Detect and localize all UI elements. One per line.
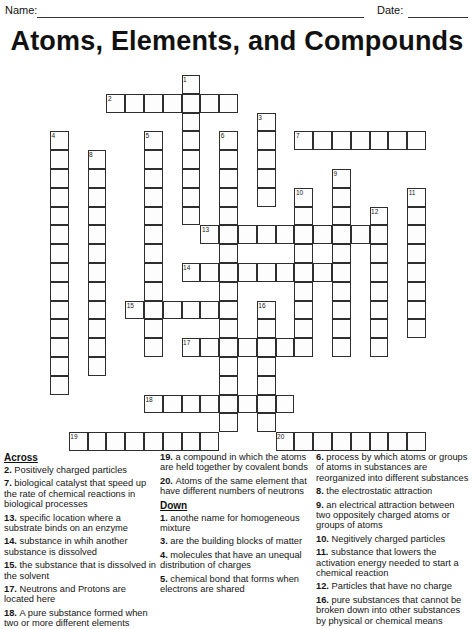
cell-9-8[interactable] [219,225,238,244]
cell-5-13[interactable] [144,319,163,338]
clue-16: 16. pure substances that cannot be broke… [316,595,471,626]
cell-15-5[interactable] [332,169,351,188]
cell-19-11[interactable] [407,282,426,301]
clue-column-1: Across2. Positively charged particles7. … [4,452,156,629]
cell-9-10[interactable] [219,263,238,282]
cell-8-14[interactable] [200,338,219,357]
cell-9-17[interactable] [219,395,238,414]
cell-2-9[interactable] [88,244,107,263]
cell-8-8[interactable] [200,225,219,244]
cell-11-2[interactable] [257,113,276,132]
cell-7-12[interactable] [182,301,201,320]
cell-7-1[interactable] [182,94,201,113]
cell-5-12[interactable] [144,301,163,320]
cell-9-6[interactable] [219,188,238,207]
cell-19-12[interactable] [407,301,426,320]
cell-0-5[interactable] [50,169,69,188]
cell-0-16[interactable] [50,376,69,395]
cell-4-1[interactable] [125,94,144,113]
clue-column-2: 19. a compound in which the atoms are he… [160,452,312,597]
cell-9-16[interactable] [219,376,238,395]
cell-11-16[interactable] [257,376,276,395]
cell-7-6[interactable] [182,188,201,207]
cell-12-17[interactable] [276,395,295,414]
cell-7-0[interactable] [182,75,201,94]
cell-8-17[interactable] [200,395,219,414]
cell-14-19[interactable] [313,432,332,451]
cell-0-8[interactable] [50,225,69,244]
cell-7-3[interactable] [182,131,201,150]
clue-2: 2. Positively charged particles [4,465,156,475]
cell-7-4[interactable] [182,150,201,169]
cell-19-7[interactable] [407,207,426,226]
cell-18-3[interactable] [388,131,407,150]
down-header: Down [160,500,312,511]
cell-13-10[interactable] [294,263,313,282]
clue-6: 6. process by which atoms or groups of a… [316,452,471,483]
cell-11-5[interactable] [257,169,276,188]
cell-0-14[interactable] [50,338,69,357]
cell-10-8[interactable] [238,225,257,244]
clue-10: 10. Negitively charged particles [316,534,471,544]
cell-9-5[interactable] [219,169,238,188]
cell-11-12[interactable] [257,301,276,320]
cell-17-11[interactable] [370,282,389,301]
cell-12-19[interactable] [276,432,295,451]
clue-8: 8. the electrostatic attraction [316,486,471,496]
cell-2-8[interactable] [88,225,107,244]
cell-0-6[interactable] [50,188,69,207]
clue-11: 11. substance that lowers the activation… [316,547,471,578]
cell-11-8[interactable] [257,225,276,244]
cell-9-4[interactable] [219,150,238,169]
cell-4-19[interactable] [125,432,144,451]
cell-0-12[interactable] [50,301,69,320]
cell-19-8[interactable] [407,225,426,244]
cell-19-13[interactable] [407,319,426,338]
cell-5-19[interactable] [144,432,163,451]
cell-7-19[interactable] [182,432,201,451]
page-title: Atoms, Elements, and Compounds [0,26,474,57]
cell-15-10[interactable] [332,263,351,282]
cell-15-6[interactable] [332,188,351,207]
cell-7-2[interactable] [182,113,201,132]
cell-5-9[interactable] [144,244,163,263]
cell-10-10[interactable] [238,263,257,282]
cell-9-11[interactable] [219,282,238,301]
cell-0-3[interactable] [50,131,69,150]
cell-19-19[interactable] [407,432,426,451]
cell-15-11[interactable] [332,282,351,301]
cell-5-4[interactable] [144,150,163,169]
cell-15-12[interactable] [332,301,351,320]
clue-20: 20. Atoms of the same element that have … [160,476,312,497]
cell-5-17[interactable] [144,395,163,414]
cell-2-15[interactable] [88,357,107,376]
cell-17-14[interactable] [370,338,389,357]
clue-14: 14. substance in whih another substance … [4,536,156,557]
cell-0-13[interactable] [50,319,69,338]
cell-6-19[interactable] [163,432,182,451]
cell-9-15[interactable] [219,357,238,376]
cell-9-13[interactable] [219,319,238,338]
clue-9: 9. an electrical attraction between two … [316,500,471,531]
cell-2-13[interactable] [88,319,107,338]
clue-column-3: 6. process by which atoms or groups of a… [316,452,471,629]
cell-5-11[interactable] [144,282,163,301]
date-field[interactable] [408,5,468,18]
cell-11-3[interactable] [257,131,276,150]
cell-11-15[interactable] [257,357,276,376]
name-field[interactable] [37,5,364,18]
cell-2-12[interactable] [88,301,107,320]
cell-8-10[interactable] [200,263,219,282]
cell-2-10[interactable] [88,263,107,282]
across-header: Across [4,452,156,463]
cell-13-7[interactable] [294,207,313,226]
cell-13-6[interactable] [294,188,313,207]
cell-11-4[interactable] [257,150,276,169]
cell-2-4[interactable] [88,150,107,169]
cell-3-19[interactable] [106,432,125,451]
clue-13: 13. specific location where a substrate … [4,513,156,534]
cell-5-7[interactable] [144,207,163,226]
clues-section: Across2. Positively charged particles7. … [0,452,474,629]
cell-13-14[interactable] [294,338,313,357]
cell-2-19[interactable] [88,432,107,451]
cell-0-10[interactable] [50,263,69,282]
clue-4: 4. molecules that have an unequal distri… [160,550,312,571]
cell-7-17[interactable] [182,395,201,414]
clue-5: 5. chemical bond that forms when electro… [160,574,312,595]
cell-0-9[interactable] [50,244,69,263]
cell-5-1[interactable] [144,94,163,113]
cell-10-14[interactable] [238,338,257,357]
cell-19-3[interactable] [407,131,426,150]
cell-16-3[interactable] [351,131,370,150]
cell-0-15[interactable] [50,357,69,376]
cell-9-14[interactable] [219,338,238,357]
cell-11-17[interactable] [257,395,276,414]
crossword-worksheet: { "game": "crossword", "header": { "name… [0,0,474,629]
cell-13-9[interactable] [294,244,313,263]
clue-12: 12. Particles that have no charge [316,581,471,591]
cell-19-10[interactable] [407,263,426,282]
cell-13-11[interactable] [294,282,313,301]
cell-15-7[interactable] [332,207,351,226]
cell-15-8[interactable] [332,225,351,244]
cell-19-9[interactable] [407,244,426,263]
cell-18-19[interactable] [388,432,407,451]
name-label: Name: [5,4,37,16]
cell-5-14[interactable] [144,338,163,357]
cell-17-12[interactable] [370,301,389,320]
cell-6-1[interactable] [163,94,182,113]
cell-9-1[interactable] [219,94,238,113]
cell-13-3[interactable] [294,131,313,150]
cell-0-11[interactable] [50,282,69,301]
cell-5-5[interactable] [144,169,163,188]
cell-5-8[interactable] [144,225,163,244]
clue-3: 3. are the building blocks of matter [160,536,312,546]
cell-17-19[interactable] [370,432,389,451]
cell-17-8[interactable] [370,225,389,244]
cell-5-6[interactable] [144,188,163,207]
cell-6-17[interactable] [163,395,182,414]
cell-12-8[interactable] [276,225,295,244]
cell-8-1[interactable] [200,94,219,113]
cell-13-19[interactable] [294,432,313,451]
cell-0-7[interactable] [50,207,69,226]
cell-17-7[interactable] [370,207,389,226]
cell-16-19[interactable] [351,432,370,451]
cell-15-9[interactable] [332,244,351,263]
cell-9-12[interactable] [219,301,238,320]
cell-11-10[interactable] [257,263,276,282]
cell-11-6[interactable] [257,188,276,207]
cell-13-12[interactable] [294,301,313,320]
cell-6-12[interactable] [163,301,182,320]
cell-17-3[interactable] [370,131,389,150]
cell-15-14[interactable] [332,338,351,357]
cell-7-7[interactable] [182,207,201,226]
cell-17-13[interactable] [370,319,389,338]
clue-19: 19. a compound in which the atoms are he… [160,452,312,473]
cell-11-14[interactable] [257,338,276,357]
cell-8-12[interactable] [200,301,219,320]
cell-8-19[interactable] [200,432,219,451]
cell-12-10[interactable] [276,263,295,282]
cell-2-5[interactable] [88,169,107,188]
cell-2-14[interactable] [88,338,107,357]
cell-13-13[interactable] [294,319,313,338]
cell-7-14[interactable] [182,338,201,357]
cell-19-6[interactable] [407,188,426,207]
cell-17-9[interactable] [370,244,389,263]
cell-13-8[interactable] [294,225,313,244]
cell-4-12[interactable] [125,301,144,320]
cell-5-10[interactable] [144,263,163,282]
cell-5-3[interactable] [144,131,163,150]
date-label: Date: [377,4,403,16]
clue-15: 15. the substance that is dissolved in t… [4,560,156,581]
cell-14-3[interactable] [313,131,332,150]
cell-15-3[interactable] [332,131,351,150]
cell-7-5[interactable] [182,169,201,188]
cell-2-6[interactable] [88,188,107,207]
cell-2-11[interactable] [88,282,107,301]
clue-1: 1. anothe name for homogeneous mixture [160,513,312,534]
cell-7-10[interactable] [182,263,201,282]
cell-16-8[interactable] [351,225,370,244]
clue-18: 18. A pure substance formed when two or … [4,608,156,629]
cell-14-8[interactable] [313,225,332,244]
cell-0-4[interactable] [50,150,69,169]
cell-15-13[interactable] [332,319,351,338]
cell-15-19[interactable] [332,432,351,451]
cell-1-19[interactable] [69,432,88,451]
cell-10-17[interactable] [238,395,257,414]
cell-2-7[interactable] [88,207,107,226]
cell-17-10[interactable] [370,263,389,282]
cell-9-7[interactable] [219,207,238,226]
cell-3-1[interactable] [106,94,125,113]
clue-7: 7. biological catalyst that speed up the… [4,478,156,509]
cell-11-13[interactable] [257,319,276,338]
clue-17: 17. Neutrons and Protons are located her… [4,584,156,605]
cell-14-10[interactable] [313,263,332,282]
cell-12-14[interactable] [276,338,295,357]
crossword-grid: 1234567891011121314151617181920 [50,75,427,452]
cell-9-3[interactable] [219,131,238,150]
cell-9-18[interactable] [219,413,238,432]
cell-9-9[interactable] [219,244,238,263]
cell-11-18[interactable] [257,413,276,432]
